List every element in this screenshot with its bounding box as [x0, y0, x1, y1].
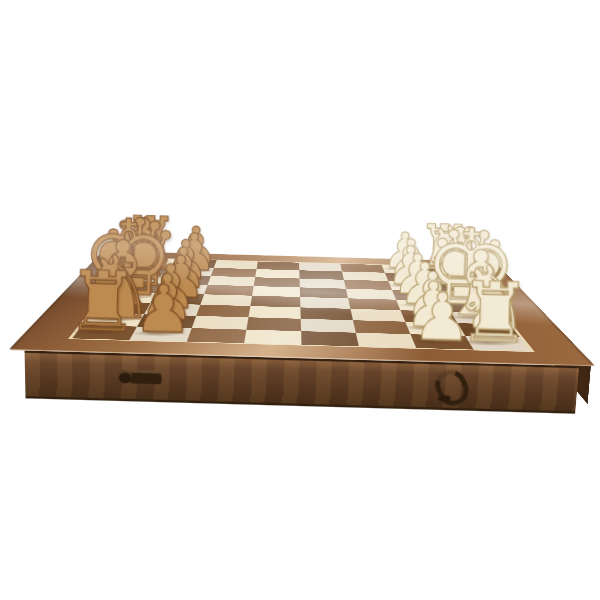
- piece-black-knight-g8: ♞: [63, 231, 172, 321]
- piece-black-pawn-f7: ♟: [118, 248, 222, 310]
- piece-white-knight-g1: ♞: [437, 242, 546, 332]
- piece-black-pawn-b7: ♟: [150, 219, 238, 272]
- perspective-stage: ♜♞♝♚♛♝♞♜♟♟♟♟♟♟♟♟♟♟♟♟♟♟♟♟♜♞♝♚♛♝♞♜: [59, 56, 542, 539]
- piece-black-pawn-a7: ♟: [153, 213, 238, 264]
- piece-black-rook-a8: ♜: [108, 200, 194, 264]
- piece-white-pawn-d2: ♟: [369, 239, 465, 296]
- piece-white-king-e1: ♚: [421, 201, 522, 308]
- piece-white-pawn-g2: ♟: [379, 265, 488, 330]
- clasp-latch-left-icon: [130, 370, 162, 384]
- piece-white-rook-h1: ♜: [438, 260, 552, 345]
- piece-black-pawn-g7: ♟: [113, 257, 222, 322]
- piece-black-pawn-d7: ♟: [135, 233, 231, 290]
- piece-black-king-e8: ♚: [78, 192, 179, 299]
- hook-latch-right-icon: [430, 364, 474, 409]
- piece-black-rook-h8: ♜: [46, 249, 160, 334]
- piece-black-knight-b8: ♞: [103, 198, 192, 271]
- piece-white-rook-a1: ♜: [402, 208, 488, 272]
- piece-white-queen-d1: ♛: [420, 203, 517, 298]
- chess-set-photo: ♜♞♝♚♛♝♞♜♟♟♟♟♟♟♟♟♟♟♟♟♟♟♟♟♜♞♝♚♛♝♞♜: [0, 0, 600, 600]
- scene-tilt: ♜♞♝♚♛♝♞♜♟♟♟♟♟♟♟♟♟♟♟♟♟♟♟♟♜♞♝♚♛♝♞♜: [0, 0, 600, 600]
- piece-white-pawn-b2: ♟: [367, 225, 455, 278]
- piece-white-pawn-c2: ♟: [365, 232, 457, 287]
- chess-board-lid: ♜♞♝♚♛♝♞♜♟♟♟♟♟♟♟♟♟♟♟♟♟♟♟♟♜♞♝♚♛♝♞♜: [8, 251, 595, 367]
- piece-white-bishop-f1: ♝: [428, 227, 533, 319]
- piece-black-pawn-c7: ♟: [140, 226, 232, 281]
- piece-white-pawn-a2: ♟: [362, 219, 447, 270]
- piece-white-pawn-e2: ♟: [375, 247, 475, 307]
- piece-black-bishop-f8: ♝: [71, 217, 176, 309]
- piece-black-bishop-c8: ♝: [97, 198, 190, 280]
- piece-white-bishop-c1: ♝: [414, 207, 507, 289]
- piece-black-pawn-e7: ♟: [131, 240, 231, 300]
- piece-white-knight-b1: ♞: [407, 207, 496, 280]
